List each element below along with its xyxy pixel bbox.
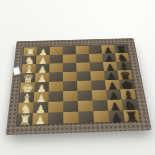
black-rook: ♜: [123, 112, 140, 123]
square-f2: ♟: [34, 92, 49, 103]
square-e3: [49, 81, 63, 91]
white-pawn: ♟: [32, 116, 48, 126]
square-f3: [48, 91, 63, 102]
square-e5: [77, 81, 92, 91]
square-g4: [63, 101, 78, 112]
square-g3: [48, 101, 63, 112]
black-pawn: ♟: [109, 113, 125, 123]
square-f7: ♟: [106, 89, 122, 100]
square-d3: [49, 72, 63, 82]
square-e2: ♟: [34, 82, 49, 92]
square-g7: ♟: [107, 100, 123, 111]
square-h8: ♜: [123, 110, 140, 122]
square-h7: ♟: [108, 110, 125, 122]
square-f4: [63, 91, 78, 102]
square-h2: ♟: [32, 113, 48, 125]
square-g6: [92, 100, 108, 111]
square-e6: [91, 80, 106, 90]
square-d6: [90, 71, 105, 81]
square-e4: [63, 81, 77, 91]
square-g5: [78, 100, 93, 111]
square-c4: [63, 63, 77, 72]
square-c5: [76, 62, 90, 71]
square-g2: ♟: [33, 102, 48, 113]
square-c2: ♟: [35, 64, 49, 73]
square-h5: [78, 111, 94, 123]
square-f6: [92, 90, 107, 101]
square-h1: ♜: [17, 113, 33, 125]
square-c6: [90, 62, 104, 71]
square-h6: [93, 111, 109, 123]
square-d4: [63, 72, 77, 82]
board-grid: ♜♟♟♜♞♟♟♞♝♟♟♝♛♟♟♛♚♟♟♚♝♟♟♝♞♟♟♞♜♟♟♜: [17, 45, 140, 125]
square-h3: [48, 112, 63, 124]
square-c3: [49, 63, 63, 72]
square-d5: [77, 71, 91, 81]
square-f5: [77, 90, 92, 101]
square-d2: ♟: [35, 73, 49, 83]
photo-scene: ♜♟♟♜♞♟♟♞♝♟♟♝♛♟♟♛♚♟♟♚♝♟♟♝♞♟♟♞♜♟♟♜: [0, 0, 155, 155]
square-c7: ♟: [103, 62, 118, 71]
white-rook: ♜: [17, 115, 33, 126]
chess-board: ♜♟♟♜♞♟♟♞♝♟♟♝♛♟♟♛♚♟♟♚♝♟♟♝♞♟♟♞♜♟♟♜: [6, 38, 152, 135]
square-h4: [63, 112, 78, 124]
square-d7: ♟: [104, 70, 119, 80]
square-e7: ♟: [105, 80, 120, 90]
